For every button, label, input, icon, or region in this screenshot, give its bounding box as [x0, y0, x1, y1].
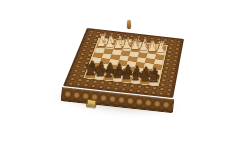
- square-a8: [149, 79, 159, 85]
- brass-clasp: [86, 99, 97, 108]
- chess-set-product-photo: ♜♞♝♛♚♝♞♜♟♟♟♟♟♟♟♟♟♟♟♟♟♟♟♟♜♞♝♛♚♝♞♜: [0, 0, 240, 150]
- chess-board: [63, 28, 184, 98]
- board-grid: [83, 37, 168, 86]
- hinge-knob: [127, 20, 131, 29]
